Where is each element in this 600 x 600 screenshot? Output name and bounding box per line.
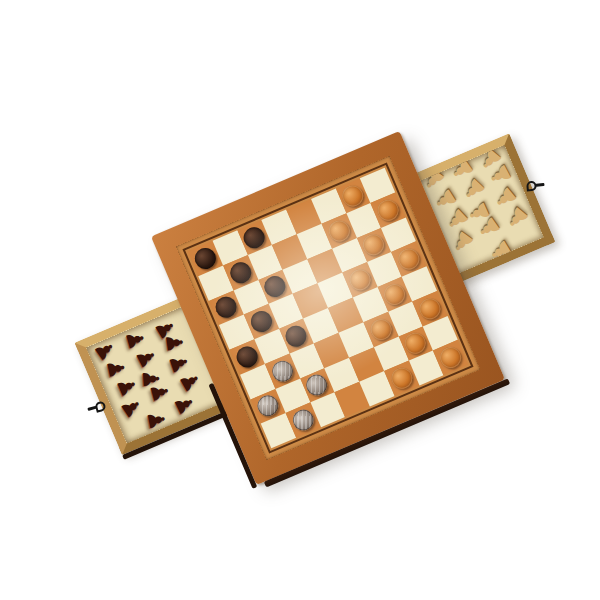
chess-checkers-box-set: ♟♟♟♟♟♟♟♟♟♟♟♟♟ ♟♟♟♟♟♟♟♟♟♟♟♟♟♟: [151, 131, 505, 485]
dark-chess-piece: ♟: [143, 403, 169, 437]
checker-light: [437, 344, 465, 372]
drawer-latch-icon: [94, 399, 109, 414]
product-photo-background: ♟♟♟♟♟♟♟♟♟♟♟♟♟ ♟♟♟♟♟♟♟♟♟♟♟♟♟♟: [0, 0, 600, 600]
checkerboard-grid: [188, 168, 469, 449]
board-pinstripe-border: [182, 162, 473, 453]
drawer-latch-icon: [524, 180, 537, 193]
